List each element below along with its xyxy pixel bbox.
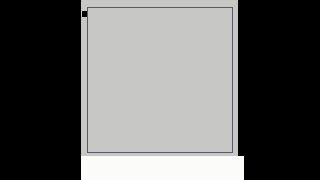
chess-board[interactable] — [88, 8, 232, 152]
thumbnail-stage — [0, 0, 320, 180]
black-to-move-indicator — [82, 11, 87, 17]
game-info-panel — [81, 156, 244, 180]
